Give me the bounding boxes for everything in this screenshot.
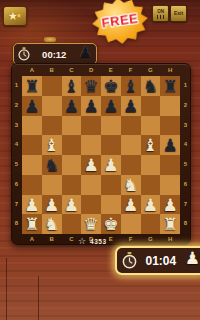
black-knight[interactable]: ♞ xyxy=(42,155,62,175)
square-E7[interactable] xyxy=(101,195,121,215)
square-H1[interactable]: ♜ xyxy=(160,76,180,96)
square-G7[interactable]: ♟ xyxy=(141,195,161,215)
white-bishop[interactable]: ♝ xyxy=(42,135,62,155)
coordinate-label: 7 xyxy=(181,195,190,215)
square-D1[interactable]: ♛ xyxy=(81,76,101,96)
black-pawn[interactable]: ♟ xyxy=(101,96,121,116)
white-rook[interactable]: ♜ xyxy=(160,214,180,234)
black-pawn[interactable]: ♟ xyxy=(22,96,42,116)
black-knight[interactable]: ♞ xyxy=(141,76,161,96)
free-ad-badge[interactable]: FREE xyxy=(90,0,151,47)
square-A4[interactable] xyxy=(22,135,42,155)
square-D3[interactable] xyxy=(81,116,101,136)
square-G8[interactable] xyxy=(141,214,161,234)
black-pawn-icon: ♟ xyxy=(79,47,92,57)
square-B4[interactable]: ♝ xyxy=(42,135,62,155)
chess-board: ♜♝♛♚♝♞♜♟♟♟♟♟♝♝♟♞♟♟♞♟♟♟♟♟♟♜♞♛♚♜ xyxy=(22,76,180,234)
square-F1[interactable]: ♝ xyxy=(121,76,141,96)
coordinate-label: H xyxy=(160,235,180,244)
black-clock-time: 00:12 xyxy=(33,49,76,60)
black-king[interactable]: ♚ xyxy=(101,76,121,96)
square-B8[interactable]: ♞ xyxy=(42,214,62,234)
coordinate-label: D xyxy=(81,66,101,75)
coordinate-label: 6 xyxy=(12,175,21,195)
white-player-clock: 01:04 ♟ xyxy=(115,246,200,275)
square-C4[interactable] xyxy=(62,135,82,155)
white-knight[interactable]: ♞ xyxy=(42,214,62,234)
square-A6[interactable] xyxy=(22,175,42,195)
square-H5[interactable] xyxy=(160,155,180,175)
chess-board-frame: ABCDEFGH 12345678 12345678 ♜♝♛♚♝♞♜♟♟♟♟♟♝… xyxy=(11,63,191,245)
square-F3[interactable] xyxy=(121,116,141,136)
wood-seam xyxy=(38,276,39,320)
square-E2[interactable]: ♟ xyxy=(101,96,121,116)
coordinate-label: H xyxy=(160,66,180,75)
square-F6[interactable]: ♞ xyxy=(121,175,141,195)
coordinate-label: 3 xyxy=(12,116,21,136)
sound-toggle-label: ON xyxy=(157,9,164,14)
coordinate-label: F xyxy=(121,66,141,75)
square-E4[interactable] xyxy=(101,135,121,155)
app-screen: ★ ★ FREE ON Exit 00:12 ♟ ABCDEFGH 123456… xyxy=(0,0,200,320)
square-E8[interactable]: ♚ xyxy=(101,214,121,234)
clock-ornament xyxy=(44,37,56,42)
square-D5[interactable]: ♟ xyxy=(81,155,101,175)
square-F4[interactable] xyxy=(121,135,141,155)
white-knight[interactable]: ♞ xyxy=(121,175,141,195)
white-queen[interactable]: ♛ xyxy=(81,214,101,234)
square-C8[interactable] xyxy=(62,214,82,234)
coordinate-label: E xyxy=(101,66,121,75)
white-pawn[interactable]: ♟ xyxy=(42,195,62,215)
black-rook[interactable]: ♜ xyxy=(22,76,42,96)
square-B1[interactable] xyxy=(42,76,62,96)
square-H8[interactable]: ♜ xyxy=(160,214,180,234)
sound-toggle-button[interactable]: ON xyxy=(152,5,169,22)
score-display: ☆ 4353 xyxy=(78,236,107,246)
black-pawn[interactable]: ♟ xyxy=(81,96,101,116)
square-B6[interactable] xyxy=(42,175,62,195)
black-queen[interactable]: ♛ xyxy=(81,76,101,96)
square-H6[interactable] xyxy=(160,175,180,195)
coordinate-label: B xyxy=(42,66,62,75)
white-pawn[interactable]: ♟ xyxy=(101,155,121,175)
coordinate-label: 2 xyxy=(12,96,21,116)
coordinate-label: 4 xyxy=(12,135,21,155)
black-rook[interactable]: ♜ xyxy=(160,76,180,96)
square-D2[interactable]: ♟ xyxy=(81,96,101,116)
coordinate-label: 8 xyxy=(12,214,21,234)
square-A7[interactable]: ♟ xyxy=(22,195,42,215)
coordinate-label: C xyxy=(62,66,82,75)
rank-labels-right: 12345678 xyxy=(181,76,190,234)
coordinate-label: A xyxy=(22,235,42,244)
square-G3[interactable] xyxy=(141,116,161,136)
exit-button[interactable]: Exit xyxy=(170,5,187,22)
square-E6[interactable] xyxy=(101,175,121,195)
white-pawn[interactable]: ♟ xyxy=(121,195,141,215)
white-clock-time: 01:04 xyxy=(141,254,181,268)
white-pawn[interactable]: ♟ xyxy=(141,195,161,215)
square-F8[interactable] xyxy=(121,214,141,234)
square-D4[interactable] xyxy=(81,135,101,155)
square-B7[interactable]: ♟ xyxy=(42,195,62,215)
stopwatch-icon xyxy=(18,47,30,61)
square-C6[interactable] xyxy=(62,175,82,195)
coordinate-label: 5 xyxy=(181,155,190,175)
square-B2[interactable] xyxy=(42,96,62,116)
coordinate-label: 7 xyxy=(12,195,21,215)
square-H4[interactable]: ♟ xyxy=(160,135,180,155)
white-bishop[interactable]: ♝ xyxy=(141,135,161,155)
white-pawn[interactable]: ♟ xyxy=(81,155,101,175)
coordinate-label: 1 xyxy=(12,76,21,96)
black-bishop[interactable]: ♝ xyxy=(62,76,82,96)
black-pawn[interactable]: ♟ xyxy=(160,135,180,155)
square-D8[interactable]: ♛ xyxy=(81,214,101,234)
wood-seam xyxy=(6,258,7,320)
coordinate-label: 3 xyxy=(181,116,190,136)
square-D6[interactable] xyxy=(81,175,101,195)
square-A3[interactable] xyxy=(22,116,42,136)
square-G4[interactable]: ♝ xyxy=(141,135,161,155)
coordinate-label: 1 xyxy=(181,76,190,96)
square-C3[interactable] xyxy=(62,116,82,136)
square-H7[interactable]: ♟ xyxy=(160,195,180,215)
stopwatch-icon xyxy=(122,252,137,269)
square-A1[interactable]: ♜ xyxy=(22,76,42,96)
square-A2[interactable]: ♟ xyxy=(22,96,42,116)
square-E1[interactable]: ♚ xyxy=(101,76,121,96)
square-E3[interactable] xyxy=(101,116,121,136)
black-player-clock: 00:12 ♟ xyxy=(13,43,97,65)
white-pawn-icon: ♟ xyxy=(185,253,200,263)
sound-bars-icon xyxy=(157,15,164,19)
white-king[interactable]: ♚ xyxy=(101,214,121,234)
square-H3[interactable] xyxy=(160,116,180,136)
square-C1[interactable]: ♝ xyxy=(62,76,82,96)
square-G5[interactable] xyxy=(141,155,161,175)
white-pawn[interactable]: ♟ xyxy=(160,195,180,215)
coordinate-label: 4 xyxy=(181,135,190,155)
black-bishop[interactable]: ♝ xyxy=(121,76,141,96)
coordinate-label: B xyxy=(42,235,62,244)
square-B3[interactable] xyxy=(42,116,62,136)
square-F2[interactable]: ♟ xyxy=(121,96,141,116)
file-labels-top: ABCDEFGH xyxy=(22,66,180,75)
star-icon: ★ xyxy=(15,12,22,20)
white-pawn[interactable]: ♟ xyxy=(62,195,82,215)
black-pawn[interactable]: ♟ xyxy=(121,96,141,116)
white-pawn[interactable]: ♟ xyxy=(22,195,42,215)
coordinate-label: 2 xyxy=(181,96,190,116)
square-A8[interactable]: ♜ xyxy=(22,214,42,234)
coordinate-label: G xyxy=(141,235,161,244)
square-A5[interactable] xyxy=(22,155,42,175)
coordinate-label: F xyxy=(121,235,141,244)
square-C2[interactable]: ♟ xyxy=(62,96,82,116)
coordinate-label: G xyxy=(141,66,161,75)
square-G1[interactable]: ♞ xyxy=(141,76,161,96)
square-F5[interactable] xyxy=(121,155,141,175)
square-C7[interactable]: ♟ xyxy=(62,195,82,215)
score-value: 4353 xyxy=(90,238,106,245)
coordinate-label: 5 xyxy=(12,155,21,175)
square-G2[interactable] xyxy=(141,96,161,116)
score-star-icon: ☆ xyxy=(78,236,86,246)
exit-button-label: Exit xyxy=(174,11,183,16)
square-C5[interactable] xyxy=(62,155,82,175)
white-rook[interactable]: ♜ xyxy=(22,214,42,234)
square-G6[interactable] xyxy=(141,175,161,195)
square-D7[interactable] xyxy=(81,195,101,215)
black-pawn[interactable]: ♟ xyxy=(62,96,82,116)
coordinate-label: 8 xyxy=(181,214,190,234)
square-E5[interactable]: ♟ xyxy=(101,155,121,175)
rank-labels-left: 12345678 xyxy=(12,76,21,234)
coordinate-label: A xyxy=(22,66,42,75)
square-B5[interactable]: ♞ xyxy=(42,155,62,175)
coordinate-label: 6 xyxy=(181,175,190,195)
square-H2[interactable] xyxy=(160,96,180,116)
achievements-button[interactable]: ★ ★ xyxy=(3,6,27,26)
square-F7[interactable]: ♟ xyxy=(121,195,141,215)
